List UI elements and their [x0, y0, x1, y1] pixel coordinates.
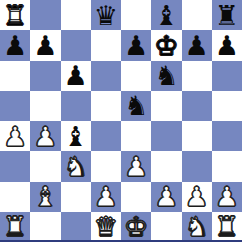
piece-black-bishop-c4[interactable]: ♝ — [61, 121, 91, 151]
chess-board: ♜♖♛♝♜♟♟♟♚♔♟♟♟♞♞♟♟♝♞♟♝♟♟♟♟♜♛♚♞♜ — [0, 0, 242, 242]
pawn-icon: ♟ — [30, 121, 60, 151]
square-c3[interactable]: ♞ — [61, 151, 91, 181]
square-b5[interactable] — [30, 91, 60, 121]
square-h5[interactable] — [212, 91, 242, 121]
piece-white-knight-g1[interactable]: ♞ — [182, 212, 212, 242]
square-h6[interactable] — [212, 61, 242, 91]
piece-white-rook-h1[interactable]: ♜ — [212, 212, 242, 242]
pawn-icon: ♟ — [182, 182, 212, 212]
square-c5[interactable] — [61, 91, 91, 121]
pawn-icon: ♟ — [0, 121, 30, 151]
square-c8[interactable] — [61, 0, 91, 30]
square-b3[interactable] — [30, 151, 60, 181]
piece-white-pawn-h2[interactable]: ♟ — [212, 182, 242, 212]
rook-icon: ♖ — [0, 0, 30, 30]
piece-white-pawn-b4[interactable]: ♟ — [30, 121, 60, 151]
square-e8[interactable] — [121, 0, 151, 30]
piece-black-pawn-g7[interactable]: ♟ — [182, 30, 212, 60]
square-e7[interactable]: ♟ — [121, 30, 151, 60]
queen-icon: ♛ — [91, 212, 121, 242]
square-h2[interactable]: ♟ — [212, 182, 242, 212]
square-e1[interactable]: ♚ — [121, 212, 151, 242]
square-a1[interactable]: ♜ — [0, 212, 30, 242]
piece-white-pawn-f2[interactable]: ♟ — [151, 182, 181, 212]
pawn-icon: ♟ — [91, 182, 121, 212]
pawn-icon: ♟ — [0, 30, 30, 60]
bishop-icon: ♝ — [30, 182, 60, 212]
square-f6[interactable]: ♞ — [151, 61, 181, 91]
square-d4[interactable] — [91, 121, 121, 151]
square-g5[interactable] — [182, 91, 212, 121]
pawn-icon: ♟ — [61, 61, 91, 91]
piece-black-bishop-f8[interactable]: ♝ — [151, 0, 181, 30]
square-h8[interactable]: ♜ — [212, 0, 242, 30]
square-g7[interactable]: ♟ — [182, 30, 212, 60]
square-a2[interactable] — [0, 182, 30, 212]
piece-white-queen-d1[interactable]: ♛ — [91, 212, 121, 242]
piece-white-pawn-d2[interactable]: ♟ — [91, 182, 121, 212]
square-e6[interactable] — [121, 61, 151, 91]
square-c4[interactable]: ♝ — [61, 121, 91, 151]
piece-black-knight-f6[interactable]: ♞ — [151, 61, 181, 91]
piece-black-pawn-b7[interactable]: ♟ — [30, 30, 60, 60]
square-b4[interactable]: ♟ — [30, 121, 60, 151]
square-a5[interactable] — [0, 91, 30, 121]
square-g8[interactable] — [182, 0, 212, 30]
queen-icon: ♛ — [91, 0, 121, 30]
piece-black-pawn-e7[interactable]: ♟ — [121, 30, 151, 60]
pawn-icon: ♟ — [30, 30, 60, 60]
square-a8[interactable]: ♜♖ — [0, 0, 30, 30]
square-f3[interactable] — [151, 151, 181, 181]
rook-icon: ♜ — [212, 0, 242, 30]
square-h7[interactable]: ♟ — [212, 30, 242, 60]
piece-white-pawn-g2[interactable]: ♟ — [182, 182, 212, 212]
square-b8[interactable] — [30, 0, 60, 30]
square-b6[interactable] — [30, 61, 60, 91]
square-h3[interactable] — [212, 151, 242, 181]
piece-black-rook-h8[interactable]: ♜ — [212, 0, 242, 30]
square-b2[interactable]: ♝ — [30, 182, 60, 212]
piece-white-pawn-a4[interactable]: ♟ — [0, 121, 30, 151]
square-a7[interactable]: ♟ — [0, 30, 30, 60]
square-e4[interactable] — [121, 121, 151, 151]
square-c1[interactable] — [61, 212, 91, 242]
square-a6[interactable] — [0, 61, 30, 91]
king-icon: ♔ — [151, 30, 181, 60]
piece-white-knight-c3[interactable]: ♞ — [61, 151, 91, 181]
piece-black-pawn-c6[interactable]: ♟ — [61, 61, 91, 91]
rook-icon: ♜ — [0, 212, 30, 242]
square-h1[interactable]: ♜ — [212, 212, 242, 242]
square-g1[interactable]: ♞ — [182, 212, 212, 242]
king-icon: ♚ — [121, 212, 151, 242]
square-e2[interactable] — [121, 182, 151, 212]
pawn-icon: ♟ — [121, 30, 151, 60]
square-d5[interactable] — [91, 91, 121, 121]
piece-white-king-e1[interactable]: ♚ — [121, 212, 151, 242]
knight-icon: ♞ — [151, 61, 181, 91]
square-h4[interactable] — [212, 121, 242, 151]
square-d3[interactable] — [91, 151, 121, 181]
piece-white-rook-a1[interactable]: ♜ — [0, 212, 30, 242]
square-d7[interactable] — [91, 30, 121, 60]
square-b1[interactable] — [30, 212, 60, 242]
square-c6[interactable]: ♟ — [61, 61, 91, 91]
square-g3[interactable] — [182, 151, 212, 181]
square-c7[interactable] — [61, 30, 91, 60]
pawn-icon: ♟ — [212, 30, 242, 60]
piece-black-king-f7[interactable]: ♚♔ — [151, 30, 181, 60]
square-d8[interactable]: ♛ — [91, 0, 121, 30]
square-f1[interactable] — [151, 212, 181, 242]
piece-black-queen-d8[interactable]: ♛ — [91, 0, 121, 30]
square-e3[interactable]: ♟ — [121, 151, 151, 181]
square-g6[interactable] — [182, 61, 212, 91]
square-g2[interactable]: ♟ — [182, 182, 212, 212]
piece-black-knight-e5[interactable]: ♞ — [121, 91, 151, 121]
pawn-icon: ♟ — [151, 182, 181, 212]
pawn-icon: ♟ — [212, 182, 242, 212]
square-f4[interactable] — [151, 121, 181, 151]
square-d1[interactable]: ♛ — [91, 212, 121, 242]
bishop-icon: ♝ — [151, 0, 181, 30]
piece-white-pawn-e3[interactable]: ♟ — [121, 151, 151, 181]
square-b7[interactable]: ♟ — [30, 30, 60, 60]
piece-black-pawn-a7[interactable]: ♟ — [0, 30, 30, 60]
square-e5[interactable]: ♞ — [121, 91, 151, 121]
square-f2[interactable]: ♟ — [151, 182, 181, 212]
piece-black-rook-a8[interactable]: ♜♖ — [0, 0, 30, 30]
square-f8[interactable]: ♝ — [151, 0, 181, 30]
piece-black-pawn-h7[interactable]: ♟ — [212, 30, 242, 60]
square-a4[interactable]: ♟ — [0, 121, 30, 151]
square-a3[interactable] — [0, 151, 30, 181]
square-f7[interactable]: ♚♔ — [151, 30, 181, 60]
rook-icon: ♜ — [212, 212, 242, 242]
knight-icon: ♞ — [182, 212, 212, 242]
square-d2[interactable]: ♟ — [91, 182, 121, 212]
piece-white-bishop-b2[interactable]: ♝ — [30, 182, 60, 212]
knight-icon: ♞ — [121, 91, 151, 121]
square-f5[interactable] — [151, 91, 181, 121]
bishop-icon: ♝ — [61, 121, 91, 151]
square-c2[interactable] — [61, 182, 91, 212]
knight-icon: ♞ — [61, 151, 91, 181]
pawn-icon: ♟ — [182, 30, 212, 60]
square-g4[interactable] — [182, 121, 212, 151]
square-d6[interactable] — [91, 61, 121, 91]
chessboard-container: ♜♖♛♝♜♟♟♟♚♔♟♟♟♞♞♟♟♝♞♟♝♟♟♟♟♜♛♚♞♜ — [0, 0, 242, 242]
pawn-icon: ♟ — [121, 151, 151, 181]
